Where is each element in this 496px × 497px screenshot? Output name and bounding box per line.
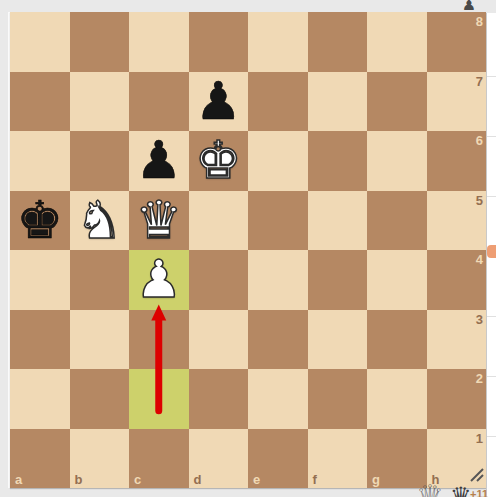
square-e3[interactable] bbox=[248, 310, 308, 370]
square-e7[interactable] bbox=[248, 72, 308, 132]
rank-label-7: 7 bbox=[476, 75, 483, 88]
square-h2[interactable]: 2 bbox=[427, 369, 487, 429]
white-pawn[interactable]: ♟ bbox=[129, 250, 189, 310]
chess-board[interactable]: 8♟7♟♚6♚♞♛5♟432abcdefg1h bbox=[10, 12, 486, 488]
rank-label-3: 3 bbox=[476, 313, 483, 326]
square-c6[interactable]: ♟ bbox=[129, 131, 189, 191]
square-b6[interactable] bbox=[70, 131, 130, 191]
side-panel-separator bbox=[487, 376, 496, 377]
square-g7[interactable] bbox=[367, 72, 427, 132]
square-h3[interactable]: 3 bbox=[427, 310, 487, 370]
black-pawn[interactable]: ♟ bbox=[129, 131, 189, 191]
square-c8[interactable] bbox=[129, 12, 189, 72]
square-h4[interactable]: 4 bbox=[427, 250, 487, 310]
square-a2[interactable] bbox=[10, 369, 70, 429]
square-g4[interactable] bbox=[367, 250, 427, 310]
square-b2[interactable] bbox=[70, 369, 130, 429]
side-panel-separator bbox=[487, 196, 496, 197]
side-panel bbox=[486, 13, 496, 497]
square-h8[interactable]: 8 bbox=[427, 12, 487, 72]
side-panel-separator bbox=[487, 436, 496, 437]
square-f2[interactable] bbox=[308, 369, 368, 429]
square-e2[interactable] bbox=[248, 369, 308, 429]
square-e4[interactable] bbox=[248, 250, 308, 310]
white-king[interactable]: ♚ bbox=[189, 131, 249, 191]
square-a7[interactable] bbox=[10, 72, 70, 132]
black-king[interactable]: ♚ bbox=[10, 191, 70, 251]
square-b7[interactable] bbox=[70, 72, 130, 132]
white-knight[interactable]: ♞ bbox=[70, 191, 130, 251]
rank-label-8: 8 bbox=[476, 15, 483, 28]
square-g5[interactable] bbox=[367, 191, 427, 251]
square-b1[interactable]: b bbox=[70, 429, 130, 489]
page: ♟ 8♟7♟♚6♚♞♛5♟432abcdefg1h ♕ ♛ +11 bbox=[0, 0, 496, 497]
material-advantage-label: +11 bbox=[470, 488, 488, 497]
square-g6[interactable] bbox=[367, 131, 427, 191]
square-e8[interactable] bbox=[248, 12, 308, 72]
rank-label-5: 5 bbox=[476, 194, 483, 207]
square-h7[interactable]: 7 bbox=[427, 72, 487, 132]
bottom-piece-row: ♕ ♛ +11 bbox=[0, 484, 496, 497]
square-e5[interactable] bbox=[248, 191, 308, 251]
square-a6[interactable] bbox=[10, 131, 70, 191]
square-d5[interactable] bbox=[189, 191, 249, 251]
square-b4[interactable] bbox=[70, 250, 130, 310]
square-e1[interactable]: e bbox=[248, 429, 308, 489]
square-a3[interactable] bbox=[10, 310, 70, 370]
square-f4[interactable] bbox=[308, 250, 368, 310]
square-c7[interactable] bbox=[129, 72, 189, 132]
rank-label-2: 2 bbox=[476, 372, 483, 385]
spare-white-queen-icon[interactable]: ♕ bbox=[416, 481, 444, 497]
square-d7[interactable]: ♟ bbox=[189, 72, 249, 132]
side-panel-separator bbox=[487, 76, 496, 77]
square-a4[interactable] bbox=[10, 250, 70, 310]
square-a5[interactable]: ♚ bbox=[10, 191, 70, 251]
side-panel-separator bbox=[487, 316, 496, 317]
square-e6[interactable] bbox=[248, 131, 308, 191]
square-d2[interactable] bbox=[189, 369, 249, 429]
square-f3[interactable] bbox=[308, 310, 368, 370]
square-d3[interactable] bbox=[189, 310, 249, 370]
square-a1[interactable]: a bbox=[10, 429, 70, 489]
rank-label-4: 4 bbox=[476, 253, 483, 266]
board-resize-handle[interactable] bbox=[469, 467, 485, 483]
spare-black-queen-icon[interactable]: ♛ bbox=[450, 484, 472, 497]
square-g3[interactable] bbox=[367, 310, 427, 370]
square-f7[interactable] bbox=[308, 72, 368, 132]
square-d8[interactable] bbox=[189, 12, 249, 72]
square-c1[interactable]: c bbox=[129, 429, 189, 489]
side-panel-separator bbox=[487, 136, 496, 137]
square-h6[interactable]: 6 bbox=[427, 131, 487, 191]
square-c2[interactable] bbox=[129, 369, 189, 429]
scrollbar-thumb[interactable] bbox=[487, 245, 496, 258]
square-b5[interactable]: ♞ bbox=[70, 191, 130, 251]
square-d4[interactable] bbox=[189, 250, 249, 310]
square-f5[interactable] bbox=[308, 191, 368, 251]
rank-label-6: 6 bbox=[476, 134, 483, 147]
square-b8[interactable] bbox=[70, 12, 130, 72]
white-queen[interactable]: ♛ bbox=[129, 191, 189, 251]
square-c3[interactable] bbox=[129, 310, 189, 370]
square-h5[interactable]: 5 bbox=[427, 191, 487, 251]
square-a8[interactable] bbox=[10, 12, 70, 72]
square-f1[interactable]: f bbox=[308, 429, 368, 489]
square-g8[interactable] bbox=[367, 12, 427, 72]
square-c5[interactable]: ♛ bbox=[129, 191, 189, 251]
square-f6[interactable] bbox=[308, 131, 368, 191]
square-c4[interactable]: ♟ bbox=[129, 250, 189, 310]
rank-label-1: 1 bbox=[476, 432, 483, 445]
square-b3[interactable] bbox=[70, 310, 130, 370]
square-d6[interactable]: ♚ bbox=[189, 131, 249, 191]
square-g2[interactable] bbox=[367, 369, 427, 429]
black-pawn[interactable]: ♟ bbox=[189, 72, 249, 132]
square-f8[interactable] bbox=[308, 12, 368, 72]
square-d1[interactable]: d bbox=[189, 429, 249, 489]
